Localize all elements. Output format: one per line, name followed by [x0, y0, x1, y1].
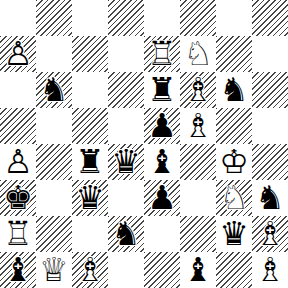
- piece-wK-g4: ♚♔: [216, 144, 252, 180]
- square-c4[interactable]: ♜♜: [72, 144, 108, 180]
- piece-bQ-d4: ♛♛: [108, 144, 144, 180]
- square-c3[interactable]: ♛♛: [72, 180, 108, 216]
- square-c8[interactable]: [72, 0, 108, 36]
- piece-glyph: ♙: [0, 144, 36, 180]
- piece-glyph: ♗: [180, 108, 216, 144]
- square-c1[interactable]: ♝♗: [72, 252, 108, 288]
- piece-glyph: ♗: [180, 72, 216, 108]
- square-b5[interactable]: [36, 108, 72, 144]
- square-e3[interactable]: ♟♟: [144, 180, 180, 216]
- piece-glyph: ♟: [144, 108, 180, 144]
- square-e5[interactable]: ♟♟: [144, 108, 180, 144]
- square-a1[interactable]: ♝♝: [0, 252, 36, 288]
- piece-bK-a3: ♚♚: [0, 180, 36, 216]
- piece-glyph: ♝: [180, 252, 216, 288]
- square-g3[interactable]: ♞♘: [216, 180, 252, 216]
- square-d6[interactable]: [108, 72, 144, 108]
- square-f3[interactable]: [180, 180, 216, 216]
- piece-bN-b6: ♞♞: [36, 72, 72, 108]
- piece-wP-a7: ♟♙: [0, 36, 36, 72]
- piece-bN-h3: ♞♞: [252, 180, 288, 216]
- square-b6[interactable]: ♞♞: [36, 72, 72, 108]
- piece-glyph: ♖: [144, 36, 180, 72]
- square-a3[interactable]: ♚♚: [0, 180, 36, 216]
- square-a8[interactable]: [0, 0, 36, 36]
- piece-glyph: ♛: [108, 144, 144, 180]
- piece-bP-e5: ♟♟: [144, 108, 180, 144]
- piece-wB-f5: ♝♗: [180, 108, 216, 144]
- piece-bB-e4: ♝♝: [144, 144, 180, 180]
- square-h6[interactable]: [252, 72, 288, 108]
- square-d4[interactable]: ♛♛: [108, 144, 144, 180]
- piece-wP-a4: ♟♙: [0, 144, 36, 180]
- square-b1[interactable]: ♛♕: [36, 252, 72, 288]
- piece-glyph: ♙: [0, 36, 36, 72]
- piece-bN-g6: ♞♞: [216, 72, 252, 108]
- square-c6[interactable]: [72, 72, 108, 108]
- square-d5[interactable]: [108, 108, 144, 144]
- piece-wQ-b1: ♛♕: [36, 252, 72, 288]
- square-e1[interactable]: [144, 252, 180, 288]
- piece-glyph: ♞: [108, 216, 144, 252]
- square-a7[interactable]: ♟♙: [0, 36, 36, 72]
- square-b4[interactable]: [36, 144, 72, 180]
- piece-bB-f1: ♝♝: [180, 252, 216, 288]
- piece-bR-c4: ♜♜: [72, 144, 108, 180]
- piece-wN-f7: ♞♘: [180, 36, 216, 72]
- square-g8[interactable]: [216, 0, 252, 36]
- square-a4[interactable]: ♟♙: [0, 144, 36, 180]
- square-c5[interactable]: [72, 108, 108, 144]
- piece-bQ-c3: ♛♛: [72, 180, 108, 216]
- piece-glyph: ♞: [216, 72, 252, 108]
- square-b2[interactable]: [36, 216, 72, 252]
- piece-glyph: ♗: [72, 252, 108, 288]
- piece-glyph: ♜: [72, 144, 108, 180]
- square-h4[interactable]: [252, 144, 288, 180]
- square-d8[interactable]: [108, 0, 144, 36]
- square-g1[interactable]: [216, 252, 252, 288]
- square-d7[interactable]: [108, 36, 144, 72]
- square-g4[interactable]: ♚♔: [216, 144, 252, 180]
- piece-glyph: ♛: [216, 216, 252, 252]
- square-e7[interactable]: ♜♖: [144, 36, 180, 72]
- square-e4[interactable]: ♝♝: [144, 144, 180, 180]
- square-h3[interactable]: ♞♞: [252, 180, 288, 216]
- square-b7[interactable]: [36, 36, 72, 72]
- piece-glyph: ♘: [216, 180, 252, 216]
- piece-bN-d2: ♞♞: [108, 216, 144, 252]
- square-e6[interactable]: ♜♜: [144, 72, 180, 108]
- piece-glyph: ♞: [36, 72, 72, 108]
- piece-glyph: ♖: [0, 216, 36, 252]
- piece-glyph: ♗: [252, 252, 288, 288]
- square-h7[interactable]: [252, 36, 288, 72]
- piece-glyph: ♜: [144, 72, 180, 108]
- square-f5[interactable]: ♝♗: [180, 108, 216, 144]
- chess-board: ♟♙♜♖♞♘♞♞♜♜♝♗♞♞♟♟♝♗♟♙♜♜♛♛♝♝♚♔♚♚♛♛♟♟♞♘♞♞♜♖…: [0, 0, 288, 288]
- piece-glyph: ♚: [0, 180, 36, 216]
- square-f6[interactable]: ♝♗: [180, 72, 216, 108]
- piece-bR-e6: ♜♜: [144, 72, 180, 108]
- square-e8[interactable]: [144, 0, 180, 36]
- piece-glyph: ♕: [36, 252, 72, 288]
- square-b8[interactable]: [36, 0, 72, 36]
- square-g6[interactable]: ♞♞: [216, 72, 252, 108]
- square-e2[interactable]: [144, 216, 180, 252]
- square-a5[interactable]: [0, 108, 36, 144]
- piece-bP-e3: ♟♟: [144, 180, 180, 216]
- square-d1[interactable]: [108, 252, 144, 288]
- square-h5[interactable]: [252, 108, 288, 144]
- piece-glyph: ♔: [216, 144, 252, 180]
- piece-wB-h1: ♝♗: [252, 252, 288, 288]
- piece-wB-f6: ♝♗: [180, 72, 216, 108]
- piece-wR-e7: ♜♖: [144, 36, 180, 72]
- piece-glyph: ♝: [144, 144, 180, 180]
- piece-glyph: ♘: [180, 36, 216, 72]
- square-c7[interactable]: [72, 36, 108, 72]
- square-f2[interactable]: [180, 216, 216, 252]
- square-f7[interactable]: ♞♘: [180, 36, 216, 72]
- piece-glyph: ♛: [72, 180, 108, 216]
- square-f1[interactable]: ♝♝: [180, 252, 216, 288]
- piece-glyph: ♞: [252, 180, 288, 216]
- piece-glyph: ♟: [144, 180, 180, 216]
- square-h8[interactable]: [252, 0, 288, 36]
- square-c2[interactable]: [72, 216, 108, 252]
- square-d2[interactable]: ♞♞: [108, 216, 144, 252]
- piece-glyph: ♗: [252, 216, 288, 252]
- square-f4[interactable]: [180, 144, 216, 180]
- piece-wB-h2: ♝♗: [252, 216, 288, 252]
- square-h1[interactable]: ♝♗: [252, 252, 288, 288]
- piece-wN-g3: ♞♘: [216, 180, 252, 216]
- square-a2[interactable]: ♜♖: [0, 216, 36, 252]
- square-g5[interactable]: [216, 108, 252, 144]
- square-h2[interactable]: ♝♗: [252, 216, 288, 252]
- square-g7[interactable]: [216, 36, 252, 72]
- square-f8[interactable]: [180, 0, 216, 36]
- square-d3[interactable]: [108, 180, 144, 216]
- piece-bB-a1: ♝♝: [0, 252, 36, 288]
- piece-glyph: ♝: [0, 252, 36, 288]
- piece-bQ-g2: ♛♛: [216, 216, 252, 252]
- square-a6[interactable]: [0, 72, 36, 108]
- piece-wR-a2: ♜♖: [0, 216, 36, 252]
- square-g2[interactable]: ♛♛: [216, 216, 252, 252]
- square-b3[interactable]: [36, 180, 72, 216]
- piece-wB-c1: ♝♗: [72, 252, 108, 288]
